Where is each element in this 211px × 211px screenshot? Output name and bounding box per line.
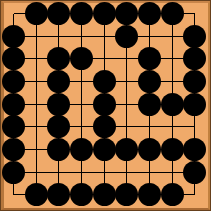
- point-g4[interactable]: ●: [138, 70, 161, 93]
- black-stone: ●: [47, 115, 70, 138]
- point-h8[interactable]: [161, 161, 184, 184]
- point-g7[interactable]: ●: [138, 138, 161, 161]
- black-stone: ●: [2, 138, 25, 161]
- point-e7[interactable]: ●: [93, 138, 116, 161]
- black-stone: ●: [70, 183, 93, 206]
- point-d3[interactable]: ●: [70, 47, 93, 70]
- point-d2[interactable]: [70, 25, 93, 48]
- black-stone: ●: [115, 2, 138, 25]
- black-stone: ●: [93, 70, 116, 93]
- point-f5[interactable]: [115, 93, 138, 116]
- black-stone: ●: [161, 183, 184, 206]
- point-b8[interactable]: [25, 161, 48, 184]
- point-h4[interactable]: [161, 70, 184, 93]
- point-a7[interactable]: ●: [2, 138, 25, 161]
- point-h1[interactable]: ●: [161, 2, 184, 25]
- point-h5[interactable]: ●: [161, 93, 184, 116]
- point-d1[interactable]: ●: [70, 2, 93, 25]
- point-f6[interactable]: [115, 115, 138, 138]
- point-e3[interactable]: [93, 47, 116, 70]
- black-stone: ●: [2, 70, 25, 93]
- point-e5[interactable]: ●: [93, 93, 116, 116]
- point-f3[interactable]: [115, 47, 138, 70]
- point-i3[interactable]: ●: [183, 47, 206, 70]
- point-i6[interactable]: [183, 115, 206, 138]
- go-board: ●●●●●●●●●●●●●●●●●●●●●●●●●●●●●●●●●●●●●●●●…: [0, 0, 211, 211]
- black-stone: ●: [47, 47, 70, 70]
- point-e1[interactable]: ●: [93, 2, 116, 25]
- point-g3[interactable]: ●: [138, 47, 161, 70]
- black-stone: ●: [93, 138, 116, 161]
- black-stone: ●: [183, 25, 206, 48]
- black-stone: ●: [138, 70, 161, 93]
- black-stone: ●: [183, 93, 206, 116]
- point-a1[interactable]: [2, 2, 25, 25]
- point-i7[interactable]: ●: [183, 138, 206, 161]
- point-g6[interactable]: [138, 115, 161, 138]
- black-stone: ●: [138, 47, 161, 70]
- point-d7[interactable]: ●: [70, 138, 93, 161]
- black-stone: ●: [47, 2, 70, 25]
- point-h2[interactable]: [161, 25, 184, 48]
- point-e8[interactable]: [93, 161, 116, 184]
- point-b1[interactable]: ●: [25, 2, 48, 25]
- point-a5[interactable]: ●: [2, 93, 25, 116]
- point-d4[interactable]: [70, 70, 93, 93]
- black-stone: ●: [2, 47, 25, 70]
- point-c2[interactable]: [47, 25, 70, 48]
- black-stone: ●: [138, 2, 161, 25]
- black-stone: ●: [115, 25, 138, 48]
- point-e6[interactable]: ●: [93, 115, 116, 138]
- point-b9[interactable]: ●: [25, 183, 48, 206]
- point-c4[interactable]: ●: [47, 70, 70, 93]
- point-b5[interactable]: [25, 93, 48, 116]
- black-stone: ●: [47, 70, 70, 93]
- point-g2[interactable]: [138, 25, 161, 48]
- black-stone: ●: [47, 93, 70, 116]
- point-i8[interactable]: ●: [183, 161, 206, 184]
- black-stone: ●: [183, 47, 206, 70]
- point-h6[interactable]: [161, 115, 184, 138]
- point-i1[interactable]: [183, 2, 206, 25]
- point-g8[interactable]: [138, 161, 161, 184]
- black-stone: ●: [183, 138, 206, 161]
- point-b6[interactable]: [25, 115, 48, 138]
- black-stone: ●: [2, 161, 25, 184]
- point-f7[interactable]: ●: [115, 138, 138, 161]
- black-stone: ●: [70, 2, 93, 25]
- black-stone: ●: [47, 138, 70, 161]
- black-stone: ●: [138, 138, 161, 161]
- black-stone: ●: [2, 25, 25, 48]
- black-stone: ●: [93, 2, 116, 25]
- black-stone: ●: [2, 93, 25, 116]
- point-d8[interactable]: [70, 161, 93, 184]
- black-stone: ●: [161, 2, 184, 25]
- point-c6[interactable]: ●: [47, 115, 70, 138]
- point-f1[interactable]: ●: [115, 2, 138, 25]
- black-stone: ●: [93, 115, 116, 138]
- black-stone: ●: [25, 2, 48, 25]
- black-stone: ●: [47, 183, 70, 206]
- black-stone: ●: [138, 93, 161, 116]
- point-e4[interactable]: ●: [93, 70, 116, 93]
- point-c8[interactable]: [47, 161, 70, 184]
- point-g5[interactable]: ●: [138, 93, 161, 116]
- point-i2[interactable]: ●: [183, 25, 206, 48]
- black-stone: ●: [25, 183, 48, 206]
- point-c3[interactable]: ●: [47, 47, 70, 70]
- black-stone: ●: [93, 183, 116, 206]
- black-stone: ●: [161, 138, 184, 161]
- point-f2[interactable]: ●: [115, 25, 138, 48]
- point-i4[interactable]: ●: [183, 70, 206, 93]
- point-a6[interactable]: ●: [2, 115, 25, 138]
- point-b7[interactable]: [25, 138, 48, 161]
- point-c7[interactable]: ●: [47, 138, 70, 161]
- point-b3[interactable]: [25, 47, 48, 70]
- point-a9[interactable]: [2, 183, 25, 206]
- point-h9[interactable]: ●: [161, 183, 184, 206]
- point-g1[interactable]: ●: [138, 2, 161, 25]
- point-f8[interactable]: [115, 161, 138, 184]
- goban-intersections: ●●●●●●●●●●●●●●●●●●●●●●●●●●●●●●●●●●●●●●●●…: [2, 2, 206, 206]
- point-a8[interactable]: ●: [2, 161, 25, 184]
- point-g9[interactable]: ●: [138, 183, 161, 206]
- black-stone: ●: [115, 138, 138, 161]
- black-stone: ●: [183, 161, 206, 184]
- black-stone: ●: [93, 93, 116, 116]
- point-h7[interactable]: ●: [161, 138, 184, 161]
- point-f9[interactable]: ●: [115, 183, 138, 206]
- black-stone: ●: [161, 93, 184, 116]
- point-h3[interactable]: [161, 47, 184, 70]
- point-e9[interactable]: ●: [93, 183, 116, 206]
- point-i5[interactable]: ●: [183, 93, 206, 116]
- black-stone: ●: [138, 183, 161, 206]
- point-i9[interactable]: [183, 183, 206, 206]
- point-c9[interactable]: ●: [47, 183, 70, 206]
- point-a4[interactable]: ●: [2, 70, 25, 93]
- point-b4[interactable]: [25, 70, 48, 93]
- point-a3[interactable]: ●: [2, 47, 25, 70]
- black-stone: ●: [70, 138, 93, 161]
- point-a2[interactable]: ●: [2, 25, 25, 48]
- point-b2[interactable]: [25, 25, 48, 48]
- point-f4[interactable]: [115, 70, 138, 93]
- black-stone: ●: [183, 70, 206, 93]
- point-c1[interactable]: ●: [47, 2, 70, 25]
- black-stone: ●: [115, 183, 138, 206]
- point-d9[interactable]: ●: [70, 183, 93, 206]
- black-stone: ●: [70, 47, 93, 70]
- point-d5[interactable]: [70, 93, 93, 116]
- point-d6[interactable]: [70, 115, 93, 138]
- point-e2[interactable]: [93, 25, 116, 48]
- point-c5[interactable]: ●: [47, 93, 70, 116]
- black-stone: ●: [2, 115, 25, 138]
